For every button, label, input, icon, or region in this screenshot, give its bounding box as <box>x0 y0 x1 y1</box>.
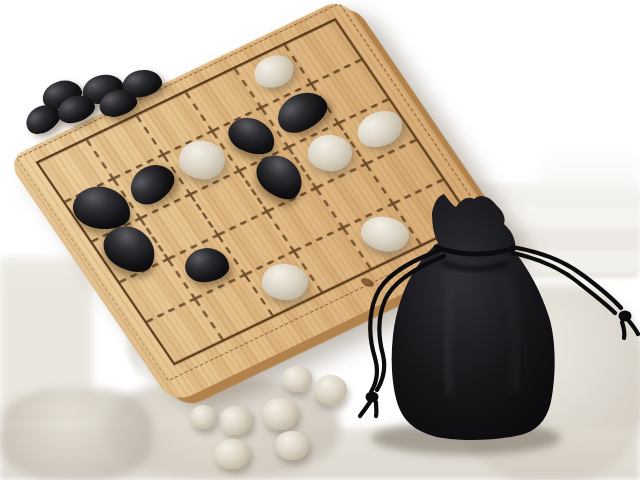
white-pebble[interactable] <box>352 105 407 153</box>
black-pebble[interactable] <box>271 84 334 140</box>
black-pebble[interactable] <box>248 146 311 207</box>
scene <box>0 0 640 480</box>
white-pebble[interactable] <box>260 262 310 303</box>
loose-white-pebble[interactable] <box>262 398 298 430</box>
loose-white-pebble[interactable] <box>311 372 349 407</box>
loose-white-pebble[interactable] <box>216 403 254 437</box>
loose-white-pebble[interactable] <box>214 439 250 469</box>
black-pebble[interactable] <box>184 247 231 285</box>
white-pebble[interactable] <box>177 138 228 182</box>
black-pebble[interactable] <box>223 111 280 161</box>
white-pebble[interactable] <box>306 133 353 173</box>
loose-white-pebble[interactable] <box>274 429 310 461</box>
white-pebble[interactable] <box>358 212 412 255</box>
loose-white-pebble[interactable] <box>282 366 312 392</box>
white-pebble[interactable] <box>250 50 298 92</box>
stones-layer <box>0 0 640 480</box>
loose-white-pebble[interactable] <box>190 405 216 429</box>
black-pebble[interactable] <box>123 156 181 212</box>
